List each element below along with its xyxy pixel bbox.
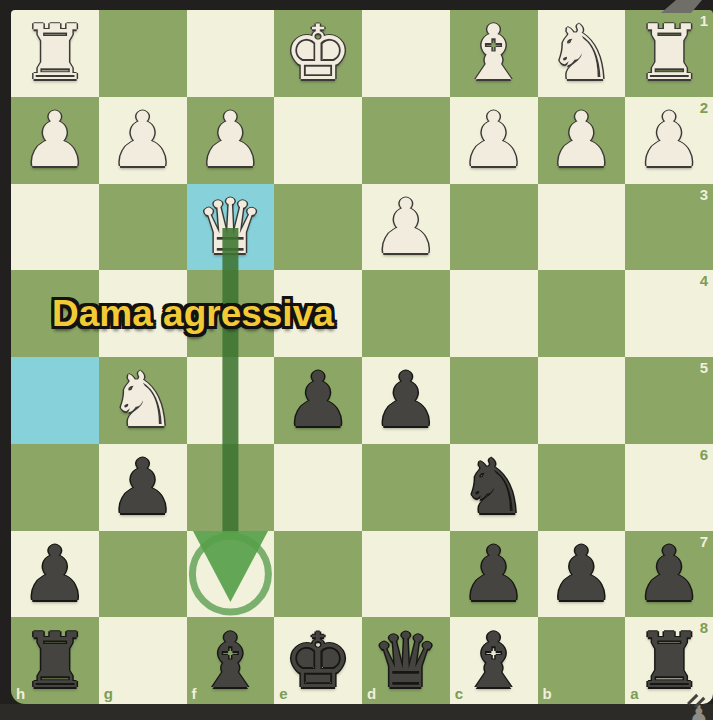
square-g5[interactable]: ♞ <box>99 357 187 444</box>
square-b8[interactable]: b <box>538 617 626 704</box>
square-c5[interactable] <box>450 357 538 444</box>
square-b5[interactable] <box>538 357 626 444</box>
square-c1[interactable]: ♝ <box>450 10 538 97</box>
black-pawn-d5[interactable]: ♟ <box>372 362 440 438</box>
square-d5[interactable]: ♟ <box>362 357 450 444</box>
black-rook-h8[interactable]: ♜ <box>21 623 89 699</box>
black-knight-c6[interactable]: ♞ <box>460 449 528 525</box>
square-b4[interactable] <box>538 270 626 357</box>
square-b2[interactable]: ♟ <box>538 97 626 184</box>
square-a1[interactable]: 1♜ <box>625 10 713 97</box>
square-a8[interactable]: 8a♜ <box>625 617 713 704</box>
square-d6[interactable] <box>362 444 450 531</box>
white-king-e1[interactable]: ♚ <box>284 15 352 91</box>
square-e5[interactable]: ♟ <box>274 357 362 444</box>
square-d2[interactable] <box>362 97 450 184</box>
square-f1[interactable] <box>187 10 275 97</box>
square-b7[interactable]: ♟ <box>538 531 626 618</box>
square-h2[interactable]: ♟ <box>11 97 99 184</box>
square-c3[interactable] <box>450 184 538 271</box>
black-pawn-h7[interactable]: ♟ <box>21 536 89 612</box>
square-g2[interactable]: ♟ <box>99 97 187 184</box>
rank-label-4: 4 <box>700 272 708 289</box>
square-f8[interactable]: f♝ <box>187 617 275 704</box>
square-h6[interactable] <box>11 444 99 531</box>
square-a7[interactable]: 7♟ <box>625 531 713 618</box>
square-d1[interactable] <box>362 10 450 97</box>
white-pawn-c2[interactable]: ♟ <box>460 102 528 178</box>
black-bishop-c8[interactable]: ♝ <box>460 623 528 699</box>
square-e1[interactable]: ♚ <box>274 10 362 97</box>
white-pawn-b2[interactable]: ♟ <box>547 102 615 178</box>
chess-board[interactable]: ♜♚♝♞1♜♟♟♟♟♟2♟♛♟34♞♟♟5♟♞6♟♟♟7♟h♜gf♝e♚d♛c♝… <box>11 10 713 704</box>
square-d7[interactable] <box>362 531 450 618</box>
square-b6[interactable] <box>538 444 626 531</box>
square-d4[interactable] <box>362 270 450 357</box>
white-pawn-g2[interactable]: ♟ <box>109 102 177 178</box>
rank-label-6: 6 <box>700 446 708 463</box>
square-a3[interactable]: 3 <box>625 184 713 271</box>
square-h8[interactable]: h♜ <box>11 617 99 704</box>
square-f5[interactable] <box>187 357 275 444</box>
square-f6[interactable] <box>187 444 275 531</box>
square-d3[interactable]: ♟ <box>362 184 450 271</box>
square-c6[interactable]: ♞ <box>450 444 538 531</box>
square-a4[interactable]: 4 <box>625 270 713 357</box>
square-g7[interactable] <box>99 531 187 618</box>
white-knight-b1[interactable]: ♞ <box>547 15 615 91</box>
square-d8[interactable]: d♛ <box>362 617 450 704</box>
rank-label-3: 3 <box>700 186 708 203</box>
bottom-strip <box>0 704 713 720</box>
white-pawn-a2[interactable]: ♟ <box>635 102 703 178</box>
square-c8[interactable]: c♝ <box>450 617 538 704</box>
square-e8[interactable]: e♚ <box>274 617 362 704</box>
square-h7[interactable]: ♟ <box>11 531 99 618</box>
black-king-e8[interactable]: ♚ <box>284 623 352 699</box>
white-bishop-c1[interactable]: ♝ <box>460 15 528 91</box>
rank-label-5: 5 <box>700 359 708 376</box>
square-g8[interactable]: g <box>99 617 187 704</box>
square-e7[interactable] <box>274 531 362 618</box>
black-pawn-b7[interactable]: ♟ <box>547 536 615 612</box>
black-pawn-g6[interactable]: ♟ <box>109 449 177 525</box>
square-g6[interactable]: ♟ <box>99 444 187 531</box>
white-knight-g5[interactable]: ♞ <box>109 362 177 438</box>
black-pawn-c7[interactable]: ♟ <box>460 536 528 612</box>
square-h3[interactable] <box>11 184 99 271</box>
black-rook-a8[interactable]: ♜ <box>635 623 703 699</box>
square-b3[interactable] <box>538 184 626 271</box>
square-f2[interactable]: ♟ <box>187 97 275 184</box>
square-f7[interactable] <box>187 531 275 618</box>
captured-pawn-icon: ♟ <box>689 703 709 720</box>
square-e2[interactable] <box>274 97 362 184</box>
square-c4[interactable] <box>450 270 538 357</box>
square-c2[interactable]: ♟ <box>450 97 538 184</box>
black-queen-d8[interactable]: ♛ <box>372 623 440 699</box>
square-h1[interactable]: ♜ <box>11 10 99 97</box>
black-pawn-a7[interactable]: ♟ <box>635 536 703 612</box>
caption-overlay: Dama agressiva <box>52 293 334 335</box>
square-g1[interactable] <box>99 10 187 97</box>
file-label-g: g <box>104 685 113 702</box>
white-rook-h1[interactable]: ♜ <box>21 15 89 91</box>
file-label-b: b <box>543 685 552 702</box>
white-rook-a1[interactable]: ♜ <box>635 15 703 91</box>
black-bishop-f8[interactable]: ♝ <box>196 623 264 699</box>
square-e3[interactable] <box>274 184 362 271</box>
video-frame: ♜♚♝♞1♜♟♟♟♟♟2♟♛♟34♞♟♟5♟♞6♟♟♟7♟h♜gf♝e♚d♛c♝… <box>0 0 713 720</box>
square-a6[interactable]: 6 <box>625 444 713 531</box>
black-pawn-e5[interactable]: ♟ <box>284 362 352 438</box>
white-pawn-d3[interactable]: ♟ <box>372 189 440 265</box>
square-b1[interactable]: ♞ <box>538 10 626 97</box>
square-a2[interactable]: 2♟ <box>625 97 713 184</box>
square-g3[interactable] <box>99 184 187 271</box>
white-pawn-h2[interactable]: ♟ <box>21 102 89 178</box>
white-queen-f3[interactable]: ♛ <box>196 189 264 265</box>
square-f3[interactable]: ♛ <box>187 184 275 271</box>
square-e6[interactable] <box>274 444 362 531</box>
square-h5[interactable] <box>11 357 99 444</box>
square-c7[interactable]: ♟ <box>450 531 538 618</box>
white-pawn-f2[interactable]: ♟ <box>196 102 264 178</box>
square-a5[interactable]: 5 <box>625 357 713 444</box>
